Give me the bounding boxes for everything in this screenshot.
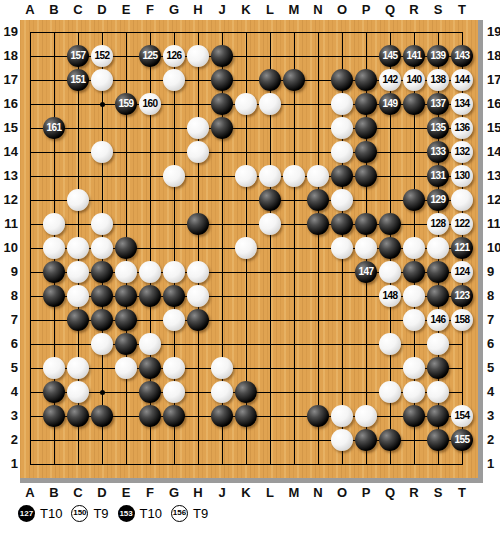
stone-H7[interactable] [187, 309, 209, 331]
column-label: B [46, 2, 62, 18]
stone-P13[interactable] [355, 165, 377, 187]
stone-L12[interactable] [259, 189, 281, 211]
stone-O12[interactable] [331, 189, 353, 211]
row-label: 6 [1, 336, 18, 352]
stone-T14[interactable]: 132 [451, 141, 473, 163]
column-label: P [358, 2, 374, 18]
row-label: 16 [487, 96, 500, 112]
stone-E6[interactable] [115, 333, 137, 355]
column-label: G [166, 485, 182, 501]
stone-R10[interactable] [403, 237, 425, 259]
stone-M13[interactable] [283, 165, 305, 187]
column-label: J [214, 485, 230, 501]
stone-C10[interactable] [67, 237, 89, 259]
stone-Q8[interactable]: 148 [379, 285, 401, 307]
column-label: O [334, 2, 350, 18]
row-label: 9 [1, 264, 18, 280]
stone-J18[interactable] [211, 45, 233, 67]
row-label: 2 [487, 432, 500, 448]
stone-T10[interactable]: 121 [451, 237, 473, 259]
caption-location: T9 [193, 506, 208, 521]
stone-B8[interactable] [43, 285, 65, 307]
stone-F18[interactable]: 125 [139, 45, 161, 67]
row-label: 6 [487, 336, 500, 352]
stone-O10[interactable] [331, 237, 353, 259]
stone-L11[interactable] [259, 213, 281, 235]
row-label: 9 [487, 264, 500, 280]
stone-T12[interactable] [451, 189, 473, 211]
stone-G8[interactable] [163, 285, 185, 307]
stone-R16[interactable] [403, 93, 425, 115]
row-label: 18 [487, 48, 500, 64]
row-label: 12 [1, 192, 18, 208]
stone-J17[interactable] [211, 69, 233, 91]
hoshi-point [100, 102, 105, 107]
stone-G5[interactable] [163, 357, 185, 379]
stone-O17[interactable] [331, 69, 353, 91]
row-label: 13 [1, 168, 18, 184]
stone-O2[interactable] [331, 429, 353, 451]
stone-H9[interactable] [187, 261, 209, 283]
row-label: 7 [1, 312, 18, 328]
column-label: P [358, 485, 374, 501]
stone-H15[interactable] [187, 117, 209, 139]
column-label: O [334, 485, 350, 501]
stone-F9[interactable] [139, 261, 161, 283]
row-label: 5 [487, 360, 500, 376]
column-label: J [214, 2, 230, 18]
column-label: K [238, 485, 254, 501]
column-label: R [406, 2, 422, 18]
stone-E9[interactable] [115, 261, 137, 283]
stone-J15[interactable] [211, 117, 233, 139]
stone-D6[interactable] [91, 333, 113, 355]
caption-stone-153: 153 [118, 505, 135, 522]
stone-N12[interactable] [307, 189, 329, 211]
caption-stone-156: 156 [171, 505, 188, 522]
column-label: F [142, 2, 158, 18]
stone-F16[interactable]: 160 [139, 93, 161, 115]
stone-T17[interactable]: 144 [451, 69, 473, 91]
row-label: 8 [487, 288, 500, 304]
stone-J4[interactable] [211, 381, 233, 403]
stone-D18[interactable]: 152 [91, 45, 113, 67]
stone-P17[interactable] [355, 69, 377, 91]
stone-R4[interactable] [403, 381, 425, 403]
stone-R9[interactable] [403, 261, 425, 283]
row-label: 11 [487, 216, 500, 232]
stone-Q10[interactable] [379, 237, 401, 259]
row-label: 19 [1, 24, 18, 40]
row-label: 5 [1, 360, 18, 376]
grid-line-horizontal [30, 464, 463, 465]
stone-S14[interactable]: 133 [427, 141, 449, 163]
stone-E8[interactable] [115, 285, 137, 307]
stone-B10[interactable] [43, 237, 65, 259]
hoshi-point [100, 390, 105, 395]
row-label: 3 [487, 408, 500, 424]
row-label: 7 [487, 312, 500, 328]
stone-Q9[interactable] [379, 261, 401, 283]
go-board-surface[interactable]: 1571521251261451411391431511421401381441… [20, 20, 483, 483]
stone-H8[interactable] [187, 285, 209, 307]
column-label: R [406, 485, 422, 501]
stone-S16[interactable]: 137 [427, 93, 449, 115]
stone-D7[interactable] [91, 309, 113, 331]
stone-S10[interactable] [427, 237, 449, 259]
stone-J16[interactable] [211, 93, 233, 115]
stone-D10[interactable] [91, 237, 113, 259]
stone-D11[interactable] [91, 213, 113, 235]
stone-B5[interactable] [43, 357, 65, 379]
row-label: 2 [1, 432, 18, 448]
row-label: 4 [487, 384, 500, 400]
stone-B3[interactable] [43, 405, 65, 427]
stone-C17[interactable]: 151 [67, 69, 89, 91]
stone-P3[interactable] [355, 405, 377, 427]
column-label: Q [382, 2, 398, 18]
stone-C18[interactable]: 157 [67, 45, 89, 67]
row-label: 11 [1, 216, 18, 232]
stone-N13[interactable] [307, 165, 329, 187]
column-label: L [262, 485, 278, 501]
stone-O3[interactable] [331, 405, 353, 427]
stone-C3[interactable] [67, 405, 89, 427]
stone-R18[interactable]: 141 [403, 45, 425, 67]
column-label: F [142, 485, 158, 501]
grid-line-vertical [318, 32, 319, 465]
stone-P11[interactable] [355, 213, 377, 235]
column-label: D [94, 2, 110, 18]
row-label: 4 [1, 384, 18, 400]
go-diagram-screen: ABCDEFGHJKLMNOPQRST ABCDEFGHJKLMNOPQRST … [0, 0, 500, 537]
stone-K4[interactable] [235, 381, 257, 403]
stone-L16[interactable] [259, 93, 281, 115]
stone-T2[interactable]: 155 [451, 429, 473, 451]
stone-T13[interactable]: 130 [451, 165, 473, 187]
stone-S8[interactable] [427, 285, 449, 307]
stone-D8[interactable] [91, 285, 113, 307]
stone-P9[interactable]: 147 [355, 261, 377, 283]
row-label: 10 [1, 240, 18, 256]
ko-move-caption: 127T10150T9153T10156T9 [18, 502, 212, 524]
row-label: 8 [1, 288, 18, 304]
row-label: 15 [487, 120, 500, 136]
stone-S18[interactable]: 139 [427, 45, 449, 67]
stone-R7[interactable] [403, 309, 425, 331]
stone-Q11[interactable] [379, 213, 401, 235]
column-label: N [310, 485, 326, 501]
grid-line-horizontal [30, 368, 463, 369]
row-label: 1 [487, 456, 500, 472]
stone-D14[interactable] [91, 141, 113, 163]
stone-S9[interactable] [427, 261, 449, 283]
stone-P2[interactable] [355, 429, 377, 451]
stone-O13[interactable] [331, 165, 353, 187]
stone-S6[interactable] [427, 333, 449, 355]
stone-T18[interactable]: 143 [451, 45, 473, 67]
stone-L13[interactable] [259, 165, 281, 187]
column-label: S [430, 2, 446, 18]
column-label: C [70, 485, 86, 501]
stone-R5[interactable] [403, 357, 425, 379]
stone-R12[interactable] [403, 189, 425, 211]
column-label: A [22, 485, 38, 501]
grid-line-vertical [294, 32, 295, 465]
column-label: G [166, 2, 182, 18]
stone-B11[interactable] [43, 213, 65, 235]
stone-S15[interactable]: 135 [427, 117, 449, 139]
stone-Q16[interactable]: 149 [379, 93, 401, 115]
stone-J3[interactable] [211, 405, 233, 427]
stone-F5[interactable] [139, 357, 161, 379]
stone-O16[interactable] [331, 93, 353, 115]
column-label: Q [382, 485, 398, 501]
stone-K16[interactable] [235, 93, 257, 115]
stone-N3[interactable] [307, 405, 329, 427]
stone-S3[interactable] [427, 405, 449, 427]
stone-E10[interactable] [115, 237, 137, 259]
column-label: T [454, 2, 470, 18]
caption-location: T9 [93, 506, 108, 521]
row-label: 3 [1, 408, 18, 424]
stone-G3[interactable] [163, 405, 185, 427]
row-label: 17 [487, 72, 500, 88]
stone-C12[interactable] [67, 189, 89, 211]
stone-P10[interactable] [355, 237, 377, 259]
stone-Q18[interactable]: 145 [379, 45, 401, 67]
stone-O11[interactable] [331, 213, 353, 235]
column-label: E [118, 485, 134, 501]
row-label: 13 [487, 168, 500, 184]
column-label: C [70, 2, 86, 18]
stone-T11[interactable]: 122 [451, 213, 473, 235]
stone-C5[interactable] [67, 357, 89, 379]
stone-T8[interactable]: 123 [451, 285, 473, 307]
row-label: 18 [1, 48, 18, 64]
column-label: M [286, 2, 302, 18]
stone-P16[interactable] [355, 93, 377, 115]
stone-L17[interactable] [259, 69, 281, 91]
column-label: E [118, 2, 134, 18]
stone-B9[interactable] [43, 261, 65, 283]
column-label: T [454, 485, 470, 501]
stone-G9[interactable] [163, 261, 185, 283]
stone-S11[interactable]: 128 [427, 213, 449, 235]
stone-Q2[interactable] [379, 429, 401, 451]
stone-H14[interactable] [187, 141, 209, 163]
column-label: H [190, 2, 206, 18]
stone-D3[interactable] [91, 405, 113, 427]
stone-E16[interactable]: 159 [115, 93, 137, 115]
stone-K3[interactable] [235, 405, 257, 427]
stone-C8[interactable] [67, 285, 89, 307]
row-label: 16 [1, 96, 18, 112]
stone-S4[interactable] [427, 381, 449, 403]
stone-G17[interactable] [163, 69, 185, 91]
stone-H18[interactable] [187, 45, 209, 67]
stone-K10[interactable] [235, 237, 257, 259]
stone-S5[interactable] [427, 357, 449, 379]
column-label: D [94, 485, 110, 501]
stone-J5[interactable] [211, 357, 233, 379]
stone-Q4[interactable] [379, 381, 401, 403]
column-label: N [310, 2, 326, 18]
stone-E5[interactable] [115, 357, 137, 379]
stone-F6[interactable] [139, 333, 161, 355]
column-label: L [262, 2, 278, 18]
row-label: 14 [1, 144, 18, 160]
stone-O15[interactable] [331, 117, 353, 139]
stone-G4[interactable] [163, 381, 185, 403]
caption-location: T10 [140, 506, 162, 521]
stone-P14[interactable] [355, 141, 377, 163]
stone-F8[interactable] [139, 285, 161, 307]
stone-T3[interactable]: 154 [451, 405, 473, 427]
row-label: 15 [1, 120, 18, 136]
stone-G7[interactable] [163, 309, 185, 331]
stone-G13[interactable] [163, 165, 185, 187]
stone-R8[interactable] [403, 285, 425, 307]
stone-R3[interactable] [403, 405, 425, 427]
stone-S13[interactable]: 131 [427, 165, 449, 187]
column-label: A [22, 2, 38, 18]
stone-G18[interactable]: 126 [163, 45, 185, 67]
column-label: K [238, 2, 254, 18]
stone-S12[interactable]: 129 [427, 189, 449, 211]
column-label: M [286, 485, 302, 501]
row-label: 19 [487, 24, 500, 40]
row-label: 17 [1, 72, 18, 88]
caption-stone-127: 127 [18, 505, 35, 522]
stone-D9[interactable] [91, 261, 113, 283]
stone-B4[interactable] [43, 381, 65, 403]
stone-Q6[interactable] [379, 333, 401, 355]
stone-T9[interactable]: 124 [451, 261, 473, 283]
caption-location: T10 [40, 506, 62, 521]
column-label: H [190, 485, 206, 501]
stone-S2[interactable] [427, 429, 449, 451]
stone-Q17[interactable]: 142 [379, 69, 401, 91]
stone-O14[interactable] [331, 141, 353, 163]
column-label: B [46, 485, 62, 501]
caption-stone-150: 150 [71, 505, 88, 522]
row-label: 12 [487, 192, 500, 208]
stone-T7[interactable]: 158 [451, 309, 473, 331]
stone-D17[interactable] [91, 69, 113, 91]
row-label: 10 [487, 240, 500, 256]
stone-F4[interactable] [139, 381, 161, 403]
stone-H11[interactable] [187, 213, 209, 235]
stone-F3[interactable] [139, 405, 161, 427]
stone-N11[interactable] [307, 213, 329, 235]
stone-C4[interactable] [67, 381, 89, 403]
stone-E7[interactable] [115, 309, 137, 331]
stone-C7[interactable] [67, 309, 89, 331]
stone-B15[interactable]: 161 [43, 117, 65, 139]
stone-R17[interactable]: 140 [403, 69, 425, 91]
stone-C9[interactable] [67, 261, 89, 283]
stone-S7[interactable]: 146 [427, 309, 449, 331]
stone-T15[interactable]: 136 [451, 117, 473, 139]
row-label: 1 [1, 456, 18, 472]
column-label: S [430, 485, 446, 501]
stone-T16[interactable]: 134 [451, 93, 473, 115]
stone-M17[interactable] [283, 69, 305, 91]
stone-K13[interactable] [235, 165, 257, 187]
stone-S17[interactable]: 138 [427, 69, 449, 91]
stone-P15[interactable] [355, 117, 377, 139]
row-label: 14 [487, 144, 500, 160]
